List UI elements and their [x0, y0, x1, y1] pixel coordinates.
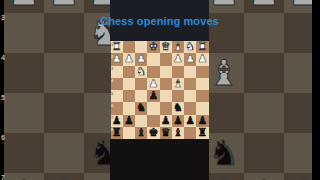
square-e5: ♟	[147, 90, 159, 102]
video-title: Chess opening moves	[100, 15, 219, 27]
mini-rank-label-6: 6	[111, 103, 113, 108]
square-g8	[123, 127, 135, 139]
mini-rank-label-1: 1	[111, 42, 113, 47]
title-bar: Chess opening moves	[110, 0, 209, 41]
square-d7: ♟	[160, 115, 172, 127]
square-b7: ♟	[244, 173, 284, 180]
white-pawn: ♟	[197, 53, 207, 65]
video-frame: ♜♚♛♝♞♜♟♟♟♟♟♟♞♟♝♟♞♞♟♟♟♟♟♟♜♝♚♛♝♜ 34567 Che…	[0, 0, 320, 180]
square-a8: ♜	[196, 127, 208, 139]
square-d4	[160, 78, 172, 90]
black-queen: ♛	[161, 127, 171, 139]
square-e2	[147, 53, 159, 65]
mini-rank-label-8: 8	[111, 127, 113, 132]
square-g3	[44, 13, 84, 53]
white-pawn: ♟	[173, 53, 183, 65]
black-pawn: ♟	[173, 115, 183, 127]
square-e8: ♚	[147, 127, 159, 139]
square-g5	[123, 90, 135, 102]
square-c4: ♝	[204, 53, 244, 93]
square-d1: ♛	[160, 41, 172, 53]
square-g2: ♟	[44, 0, 84, 13]
square-g7: ♟	[44, 173, 84, 180]
square-g2: ♟	[123, 53, 135, 65]
square-d6	[160, 102, 172, 114]
white-pawn: ♟	[124, 53, 134, 65]
square-c7: ♟	[204, 173, 244, 180]
square-c4: ♝	[172, 78, 184, 90]
mini-rank-label-3: 3	[111, 66, 113, 71]
square-e3	[147, 66, 159, 78]
white-pawn: ♟	[48, 0, 79, 13]
square-g6	[44, 133, 84, 173]
mini-rank-label-7: 7	[111, 115, 113, 120]
mini-rank-label-2: 2	[111, 54, 113, 59]
square-g5	[44, 93, 84, 133]
square-h2: ♟	[4, 0, 44, 13]
mini-rank-label-5: 5	[111, 91, 113, 96]
square-c3	[172, 66, 184, 78]
black-knight: ♞	[208, 133, 239, 173]
square-d8: ♛	[160, 127, 172, 139]
bg-rank-label-4: 4	[1, 54, 5, 61]
square-e6	[147, 102, 159, 114]
square-a3	[196, 66, 208, 78]
square-b6	[244, 133, 284, 173]
square-b2: ♟	[244, 0, 284, 13]
square-g4	[44, 53, 84, 93]
bg-rank-label-7: 7	[1, 174, 5, 180]
square-a6	[196, 102, 208, 114]
black-knight: ♞	[173, 102, 183, 114]
bottom-panel	[110, 139, 209, 180]
square-e1: ♚	[147, 41, 159, 53]
white-bishop: ♝	[208, 53, 239, 93]
mini-chess-board: ♜♚♛♝♞♜♟♟♟♟♟♟♞♟♝♟♞♞♟♟♟♟♟♟♜♝♚♛♝♜12345678	[111, 41, 209, 139]
square-h3	[4, 13, 44, 53]
square-h6	[4, 133, 44, 173]
bg-rank-label-3: 3	[1, 14, 5, 21]
black-knight: ♞	[136, 102, 146, 114]
white-pawn: ♟	[248, 0, 279, 13]
black-pawn: ♟	[48, 173, 79, 180]
bg-rank-label-5: 5	[1, 94, 5, 101]
square-b5	[244, 93, 284, 133]
square-a7: ♟	[196, 115, 208, 127]
black-king: ♚	[148, 127, 158, 139]
right-edge-bar	[312, 0, 320, 180]
square-f4	[135, 78, 147, 90]
square-c8: ♝	[172, 127, 184, 139]
square-h7: ♟	[4, 173, 44, 180]
square-g3	[123, 66, 135, 78]
square-f8: ♝	[135, 127, 147, 139]
square-a2: ♟	[196, 53, 208, 65]
square-b8	[184, 127, 196, 139]
black-bishop: ♝	[136, 127, 146, 139]
square-b4	[184, 78, 196, 90]
square-h5	[4, 93, 44, 133]
square-a4	[196, 78, 208, 90]
square-b6	[184, 102, 196, 114]
white-queen: ♛	[161, 41, 171, 53]
black-rook: ♜	[197, 127, 207, 139]
square-c6: ♞	[204, 133, 244, 173]
white-bishop: ♝	[173, 78, 183, 90]
square-b5	[184, 90, 196, 102]
bg-rank-label-6: 6	[1, 134, 5, 141]
square-f2: ♟	[135, 53, 147, 65]
black-pawn: ♟	[208, 173, 239, 180]
center-column: Chess opening moves ♜♚♛♝♞♜♟♟♟♟♟♟♞♟♝♟♞♞♟♟…	[110, 0, 209, 180]
white-king: ♚	[148, 41, 158, 53]
square-d3	[160, 66, 172, 78]
black-pawn: ♟	[8, 173, 39, 180]
square-b3	[184, 66, 196, 78]
square-b3	[244, 13, 284, 53]
black-pawn: ♟	[185, 115, 195, 127]
square-f6: ♞	[135, 102, 147, 114]
white-knight: ♞	[136, 66, 146, 78]
square-f3: ♞	[135, 66, 147, 78]
square-b4	[244, 53, 284, 93]
white-pawn: ♟	[208, 0, 239, 13]
white-pawn: ♟	[8, 0, 39, 13]
square-b2: ♟	[184, 53, 196, 65]
square-a5	[196, 90, 208, 102]
square-h4	[4, 53, 44, 93]
left-edge-bar	[0, 0, 4, 180]
square-c5	[204, 93, 244, 133]
mini-rank-label-4: 4	[111, 78, 113, 83]
square-c2: ♟	[204, 0, 244, 13]
black-pawn: ♟	[124, 115, 134, 127]
white-pawn: ♟	[136, 53, 146, 65]
square-e7	[147, 115, 159, 127]
square-c6: ♞	[172, 102, 184, 114]
square-d5	[160, 90, 172, 102]
black-bishop: ♝	[173, 127, 183, 139]
square-g6	[123, 102, 135, 114]
square-d2	[160, 53, 172, 65]
black-pawn: ♟	[197, 115, 207, 127]
black-pawn: ♟	[161, 115, 171, 127]
white-pawn: ♟	[185, 53, 195, 65]
square-g4	[123, 78, 135, 90]
square-g7: ♟	[123, 115, 135, 127]
black-pawn: ♟	[148, 90, 158, 102]
square-c2: ♟	[172, 53, 184, 65]
square-b7: ♟	[184, 115, 196, 127]
square-f7	[135, 115, 147, 127]
square-c7: ♟	[172, 115, 184, 127]
black-pawn: ♟	[248, 173, 279, 180]
